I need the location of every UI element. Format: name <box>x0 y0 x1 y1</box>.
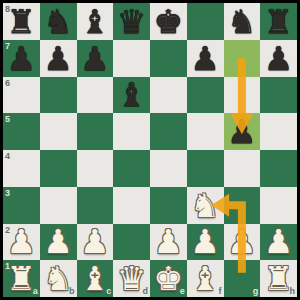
square-e8[interactable]: ♚ <box>150 3 187 40</box>
square-f7[interactable]: ♟ <box>187 40 224 77</box>
square-d2[interactable] <box>113 224 150 261</box>
square-g2[interactable]: ♟ <box>224 224 261 261</box>
square-e3[interactable] <box>150 187 187 224</box>
white-pawn-a2[interactable]: ♟ <box>7 225 37 258</box>
black-knight-b8[interactable]: ♞ <box>43 5 73 38</box>
white-pawn-g2[interactable]: ♟ <box>227 225 257 258</box>
square-h1[interactable]: h♜ <box>260 260 297 297</box>
rank-label-3: 3 <box>5 188 10 198</box>
square-g8[interactable]: ♞ <box>224 3 261 40</box>
black-bishop-c8[interactable]: ♝ <box>80 5 110 38</box>
square-a7[interactable]: 7♟ <box>3 40 40 77</box>
black-pawn-b7[interactable]: ♟ <box>43 42 73 75</box>
square-e5[interactable] <box>150 113 187 150</box>
black-pawn-f7[interactable]: ♟ <box>190 42 220 75</box>
square-c3[interactable] <box>77 187 114 224</box>
file-label-g: g <box>253 286 259 296</box>
white-knight-b1[interactable]: ♞ <box>43 262 73 295</box>
black-pawn-g5[interactable]: ♟ <box>227 115 257 148</box>
chess-board-frame: 8♜♞♝♛♚♞♜7♟♟♟♟♟6♝5♟43♞2♟♟♟♟♟♟♟1a♜b♞c♝d♛e♚… <box>0 0 300 300</box>
white-pawn-f2[interactable]: ♟ <box>190 225 220 258</box>
square-c4[interactable] <box>77 150 114 187</box>
square-d7[interactable] <box>113 40 150 77</box>
square-d1[interactable]: d♛ <box>113 260 150 297</box>
square-f6[interactable] <box>187 77 224 114</box>
square-e2[interactable]: ♟ <box>150 224 187 261</box>
square-b1[interactable]: b♞ <box>40 260 77 297</box>
square-b6[interactable] <box>40 77 77 114</box>
black-bishop-d6[interactable]: ♝ <box>117 78 147 111</box>
square-a2[interactable]: 2♟ <box>3 224 40 261</box>
square-h4[interactable] <box>260 150 297 187</box>
square-f5[interactable] <box>187 113 224 150</box>
rank-label-4: 4 <box>5 151 10 161</box>
square-c8[interactable]: ♝ <box>77 3 114 40</box>
square-b2[interactable]: ♟ <box>40 224 77 261</box>
square-f1[interactable]: f♝ <box>187 260 224 297</box>
square-h3[interactable] <box>260 187 297 224</box>
square-b7[interactable]: ♟ <box>40 40 77 77</box>
black-pawn-h7[interactable]: ♟ <box>264 42 294 75</box>
square-e7[interactable] <box>150 40 187 77</box>
square-c6[interactable] <box>77 77 114 114</box>
square-g5[interactable]: ♟ <box>224 113 261 150</box>
white-king-e1[interactable]: ♚ <box>154 262 184 295</box>
square-a8[interactable]: 8♜ <box>3 3 40 40</box>
square-h8[interactable]: ♜ <box>260 3 297 40</box>
black-rook-h8[interactable]: ♜ <box>264 5 294 38</box>
square-b8[interactable]: ♞ <box>40 3 77 40</box>
white-knight-f3[interactable]: ♞ <box>190 189 220 222</box>
square-b3[interactable] <box>40 187 77 224</box>
square-f8[interactable] <box>187 3 224 40</box>
square-e1[interactable]: e♚ <box>150 260 187 297</box>
square-c2[interactable]: ♟ <box>77 224 114 261</box>
square-g1[interactable]: g <box>224 260 261 297</box>
white-bishop-f1[interactable]: ♝ <box>190 262 220 295</box>
white-pawn-c2[interactable]: ♟ <box>80 225 110 258</box>
square-d6[interactable]: ♝ <box>113 77 150 114</box>
square-h7[interactable]: ♟ <box>260 40 297 77</box>
black-pawn-c7[interactable]: ♟ <box>80 42 110 75</box>
square-c1[interactable]: c♝ <box>77 260 114 297</box>
black-king-e8[interactable]: ♚ <box>154 5 184 38</box>
square-c5[interactable] <box>77 113 114 150</box>
black-queen-d8[interactable]: ♛ <box>117 5 147 38</box>
square-a6[interactable]: 6 <box>3 77 40 114</box>
black-rook-a8[interactable]: ♜ <box>7 5 37 38</box>
square-a1[interactable]: 1a♜ <box>3 260 40 297</box>
square-c7[interactable]: ♟ <box>77 40 114 77</box>
white-queen-d1[interactable]: ♛ <box>117 262 147 295</box>
square-a5[interactable]: 5 <box>3 113 40 150</box>
square-g4[interactable] <box>224 150 261 187</box>
white-pawn-h2[interactable]: ♟ <box>264 225 294 258</box>
square-b4[interactable] <box>40 150 77 187</box>
square-h5[interactable] <box>260 113 297 150</box>
square-g3[interactable] <box>224 187 261 224</box>
square-d4[interactable] <box>113 150 150 187</box>
square-e6[interactable] <box>150 77 187 114</box>
square-h6[interactable] <box>260 77 297 114</box>
square-a4[interactable]: 4 <box>3 150 40 187</box>
rank-label-5: 5 <box>5 114 10 124</box>
square-g6[interactable] <box>224 77 261 114</box>
square-h2[interactable]: ♟ <box>260 224 297 261</box>
white-pawn-b2[interactable]: ♟ <box>43 225 73 258</box>
white-rook-a1[interactable]: ♜ <box>7 262 37 295</box>
square-d5[interactable] <box>113 113 150 150</box>
square-d3[interactable] <box>113 187 150 224</box>
square-b5[interactable] <box>40 113 77 150</box>
black-pawn-a7[interactable]: ♟ <box>7 42 37 75</box>
square-f4[interactable] <box>187 150 224 187</box>
square-a3[interactable]: 3 <box>3 187 40 224</box>
square-d8[interactable]: ♛ <box>113 3 150 40</box>
black-knight-g8[interactable]: ♞ <box>227 5 257 38</box>
white-bishop-c1[interactable]: ♝ <box>80 262 110 295</box>
white-rook-h1[interactable]: ♜ <box>264 262 294 295</box>
rank-label-6: 6 <box>5 78 10 88</box>
chess-board: 8♜♞♝♛♚♞♜7♟♟♟♟♟6♝5♟43♞2♟♟♟♟♟♟♟1a♜b♞c♝d♛e♚… <box>3 3 297 297</box>
square-f2[interactable]: ♟ <box>187 224 224 261</box>
square-e4[interactable] <box>150 150 187 187</box>
square-g7[interactable] <box>224 40 261 77</box>
white-pawn-e2[interactable]: ♟ <box>154 225 184 258</box>
square-f3[interactable]: ♞ <box>187 187 224 224</box>
